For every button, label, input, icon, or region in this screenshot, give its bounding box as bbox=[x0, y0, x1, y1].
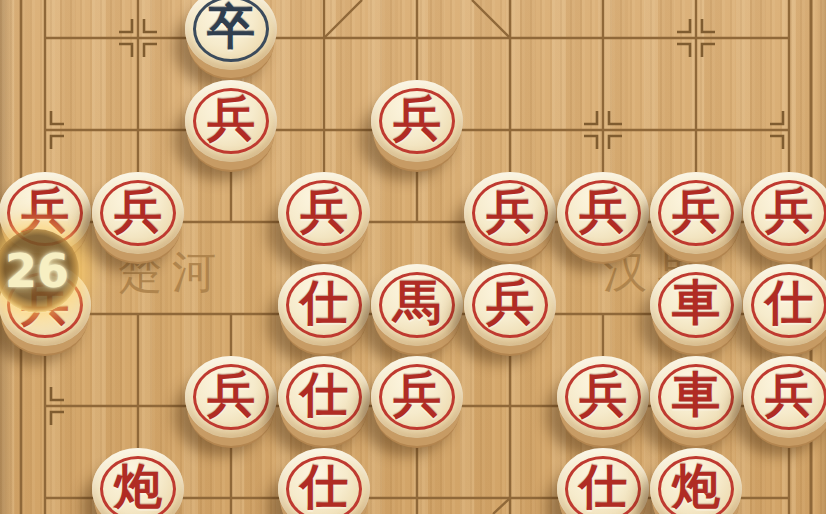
red-piece-兵[interactable]: 兵 bbox=[185, 80, 277, 162]
piece-glyph: 兵 bbox=[486, 279, 534, 332]
red-piece-兵[interactable]: 兵 bbox=[743, 172, 826, 254]
piece-glyph: 仕 bbox=[765, 279, 813, 332]
piece-glyph: 兵 bbox=[207, 95, 255, 148]
red-piece-兵[interactable]: 兵 bbox=[464, 172, 556, 254]
red-piece-仕[interactable]: 仕 bbox=[743, 264, 826, 346]
red-piece-兵[interactable]: 兵 bbox=[92, 172, 184, 254]
piece-glyph: 馬 bbox=[393, 279, 441, 332]
red-piece-兵[interactable]: 兵 bbox=[743, 356, 826, 438]
piece-glyph: 炮 bbox=[672, 463, 720, 514]
red-piece-兵[interactable]: 兵 bbox=[278, 172, 370, 254]
piece-glyph: 兵 bbox=[765, 371, 813, 424]
piece-glyph: 車 bbox=[672, 371, 720, 424]
red-piece-兵[interactable]: 兵 bbox=[557, 356, 649, 438]
red-piece-車[interactable]: 車 bbox=[650, 264, 742, 346]
red-piece-兵[interactable]: 兵 bbox=[464, 264, 556, 346]
piece-glyph: 兵 bbox=[579, 187, 627, 240]
red-piece-兵[interactable]: 兵 bbox=[650, 172, 742, 254]
piece-glyph: 兵 bbox=[765, 187, 813, 240]
red-piece-仕[interactable]: 仕 bbox=[278, 356, 370, 438]
piece-glyph: 仕 bbox=[300, 371, 348, 424]
black-piece-卒[interactable]: 卒 bbox=[185, 0, 277, 70]
red-piece-炮[interactable]: 炮 bbox=[92, 448, 184, 514]
piece-glyph: 仕 bbox=[300, 279, 348, 332]
red-piece-馬[interactable]: 馬 bbox=[371, 264, 463, 346]
piece-glyph: 兵 bbox=[486, 187, 534, 240]
piece-glyph: 炮 bbox=[114, 463, 162, 514]
move-count-value: 26 bbox=[5, 244, 69, 298]
red-piece-兵[interactable]: 兵 bbox=[185, 356, 277, 438]
red-piece-車[interactable]: 車 bbox=[650, 356, 742, 438]
pieces-layer: 卒兵兵兵兵兵兵兵兵兵兵仕馬兵車仕兵仕兵兵車兵炮仕仕炮 bbox=[0, 0, 826, 514]
piece-glyph: 兵 bbox=[207, 371, 255, 424]
piece-glyph: 仕 bbox=[579, 463, 627, 514]
piece-glyph: 卒 bbox=[207, 3, 255, 56]
piece-glyph: 兵 bbox=[393, 371, 441, 424]
red-piece-炮[interactable]: 炮 bbox=[650, 448, 742, 514]
piece-glyph: 兵 bbox=[579, 371, 627, 424]
red-piece-兵[interactable]: 兵 bbox=[371, 356, 463, 438]
red-piece-兵[interactable]: 兵 bbox=[557, 172, 649, 254]
piece-glyph: 兵 bbox=[393, 95, 441, 148]
piece-glyph: 兵 bbox=[114, 187, 162, 240]
piece-glyph: 車 bbox=[672, 279, 720, 332]
piece-glyph: 兵 bbox=[672, 187, 720, 240]
red-piece-仕[interactable]: 仕 bbox=[278, 264, 370, 346]
red-piece-仕[interactable]: 仕 bbox=[278, 448, 370, 514]
xiangqi-board-screen: 楚河 汉界 卒兵兵兵兵兵兵兵兵兵兵仕馬兵車仕兵仕兵兵車兵炮仕仕炮 26 bbox=[0, 0, 826, 514]
piece-glyph: 兵 bbox=[300, 187, 348, 240]
piece-glyph: 仕 bbox=[300, 463, 348, 514]
red-piece-仕[interactable]: 仕 bbox=[557, 448, 649, 514]
red-piece-兵[interactable]: 兵 bbox=[371, 80, 463, 162]
